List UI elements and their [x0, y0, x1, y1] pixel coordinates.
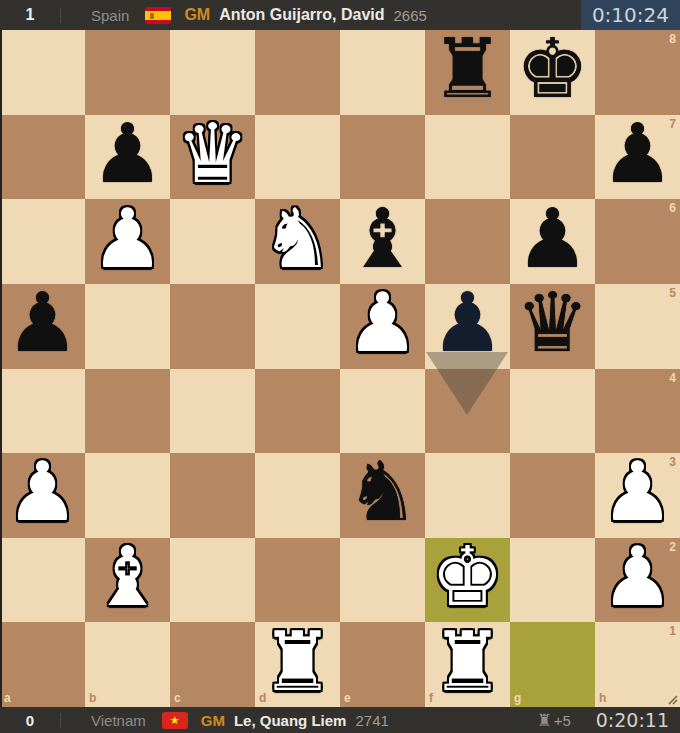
square-f2[interactable]: ♚ [425, 538, 510, 623]
square-b1[interactable]: b [85, 622, 170, 707]
piece-white-pawn[interactable]: ♟ [346, 282, 420, 364]
square-g1[interactable]: g [510, 622, 595, 707]
file-label-a: a [4, 692, 11, 704]
square-e2[interactable] [340, 538, 425, 623]
rank-label-5: 5 [669, 287, 676, 299]
square-e3[interactable]: ♞ [340, 453, 425, 538]
square-g8[interactable]: ♚ [510, 30, 595, 115]
piece-white-pawn[interactable]: ♟ [601, 451, 675, 533]
square-h3[interactable]: 3♟ [595, 453, 680, 538]
square-c7[interactable]: ♛ [170, 115, 255, 200]
square-g4[interactable] [510, 369, 595, 454]
square-e5[interactable]: ♟ [340, 284, 425, 369]
rank-label-4: 4 [669, 372, 676, 384]
piece-white-pawn[interactable]: ♟ [6, 451, 80, 533]
square-f6[interactable] [425, 199, 510, 284]
square-d6[interactable]: ♞ [255, 199, 340, 284]
square-d5[interactable] [255, 284, 340, 369]
square-h6[interactable]: 6 [595, 199, 680, 284]
square-a3[interactable]: ♟ [0, 453, 85, 538]
square-d7[interactable] [255, 115, 340, 200]
square-h5[interactable]: 5 [595, 284, 680, 369]
square-c3[interactable] [170, 453, 255, 538]
square-b6[interactable]: ♟ [85, 199, 170, 284]
square-b4[interactable] [85, 369, 170, 454]
square-d3[interactable] [255, 453, 340, 538]
piece-black-pawn[interactable]: ♟ [601, 113, 675, 195]
material-advantage-value: +5 [554, 712, 571, 729]
square-f4[interactable] [425, 369, 510, 454]
piece-white-knight[interactable]: ♞ [261, 198, 335, 280]
top-player-rating: 2665 [394, 7, 427, 24]
bar-separator [60, 8, 61, 23]
square-a5[interactable]: ♟ [0, 284, 85, 369]
square-c1[interactable]: c [170, 622, 255, 707]
bottom-player-country: Vietnam [91, 712, 146, 729]
piece-white-pawn[interactable]: ♟ [601, 536, 675, 618]
star-icon: ★ [170, 715, 180, 726]
square-e7[interactable] [340, 115, 425, 200]
bottom-player-score: 0 [0, 712, 60, 729]
square-a7[interactable] [0, 115, 85, 200]
square-h7[interactable]: 7♟ [595, 115, 680, 200]
square-d8[interactable] [255, 30, 340, 115]
rank-label-1: 1 [669, 625, 676, 637]
square-a2[interactable] [0, 538, 85, 623]
square-g6[interactable]: ♟ [510, 199, 595, 284]
piece-black-rook[interactable]: ♜ [431, 28, 505, 110]
square-d1[interactable]: d♜ [255, 622, 340, 707]
square-a8[interactable] [0, 30, 85, 115]
board-resize-handle[interactable] [665, 692, 678, 705]
square-h8[interactable]: 8 [595, 30, 680, 115]
piece-white-bishop[interactable]: ♝ [91, 536, 165, 618]
square-e4[interactable] [340, 369, 425, 454]
rank-label-8: 8 [669, 33, 676, 45]
file-label-c: c [174, 692, 181, 704]
piece-black-pawn[interactable]: ♟ [516, 198, 590, 280]
square-g5[interactable]: ♛ [510, 284, 595, 369]
top-player-clock: 0:10:24 [581, 0, 680, 30]
square-c5[interactable] [170, 284, 255, 369]
piece-white-queen[interactable]: ♛ [176, 113, 250, 195]
top-player-name: Anton Guijarro, David [219, 6, 384, 24]
square-f7[interactable] [425, 115, 510, 200]
spain-flag-icon [145, 7, 171, 24]
square-e6[interactable]: ♝ [340, 199, 425, 284]
file-label-g: g [514, 692, 521, 704]
file-label-b: b [89, 692, 96, 704]
bar-separator [60, 713, 61, 728]
rook-icon: ♜ [536, 712, 551, 729]
piece-black-pawn[interactable]: ♟ [431, 282, 505, 364]
rank-label-6: 6 [669, 202, 676, 214]
square-c4[interactable] [170, 369, 255, 454]
square-f5[interactable]: ♟ [425, 284, 510, 369]
piece-black-pawn[interactable]: ♟ [6, 282, 80, 364]
bottom-player-clock: 0:20:11 [585, 707, 680, 733]
square-b8[interactable] [85, 30, 170, 115]
board: ♜♚8♟♛7♟♟♞♝♟6♟♟♟♛54♟♞3♟♝♚2♟abcd♜ef♜gh1 [0, 30, 680, 707]
square-g3[interactable] [510, 453, 595, 538]
square-a1[interactable]: a [0, 622, 85, 707]
square-b2[interactable]: ♝ [85, 538, 170, 623]
square-b3[interactable] [85, 453, 170, 538]
bottom-player-name: Le, Quang Liem [234, 712, 347, 729]
piece-white-rook[interactable]: ♜ [431, 621, 505, 703]
square-c6[interactable] [170, 199, 255, 284]
file-label-e: e [344, 692, 351, 704]
square-f1[interactable]: f♜ [425, 622, 510, 707]
bottom-player-title: GM [201, 712, 225, 729]
square-f8[interactable]: ♜ [425, 30, 510, 115]
piece-black-knight[interactable]: ♞ [346, 451, 420, 533]
square-b5[interactable] [85, 284, 170, 369]
vietnam-flag-icon: ★ [162, 712, 188, 729]
piece-black-pawn[interactable]: ♟ [91, 113, 165, 195]
board-left-edge [0, 30, 2, 707]
square-a6[interactable] [0, 199, 85, 284]
piece-white-king[interactable]: ♚ [431, 536, 505, 618]
bottom-player-rating: 2741 [355, 712, 388, 729]
piece-white-pawn[interactable]: ♟ [91, 198, 165, 280]
square-c2[interactable] [170, 538, 255, 623]
square-c8[interactable] [170, 30, 255, 115]
top-player-country: Spain [91, 7, 129, 24]
top-player-title: GM [184, 6, 210, 24]
square-a4[interactable] [0, 369, 85, 454]
square-e8[interactable] [340, 30, 425, 115]
square-b7[interactable]: ♟ [85, 115, 170, 200]
piece-white-rook[interactable]: ♜ [261, 621, 335, 703]
piece-black-bishop[interactable]: ♝ [346, 198, 420, 280]
square-d2[interactable] [255, 538, 340, 623]
square-g2[interactable] [510, 538, 595, 623]
file-label-h: h [599, 692, 606, 704]
square-h4[interactable]: 4 [595, 369, 680, 454]
piece-black-queen[interactable]: ♛ [516, 282, 590, 364]
piece-black-king[interactable]: ♚ [516, 28, 590, 110]
square-g7[interactable] [510, 115, 595, 200]
chess-broadcast-window: 1 Spain GM Anton Guijarro, David 2665 0:… [0, 0, 680, 733]
square-h2[interactable]: 2♟ [595, 538, 680, 623]
material-advantage: ♜ +5 [536, 712, 570, 729]
square-d4[interactable] [255, 369, 340, 454]
square-e1[interactable]: e [340, 622, 425, 707]
bottom-player-bar: 0 Vietnam ★ GM Le, Quang Liem 2741 ♜ +5 … [0, 707, 680, 733]
square-f3[interactable] [425, 453, 510, 538]
top-player-score: 1 [0, 6, 60, 24]
